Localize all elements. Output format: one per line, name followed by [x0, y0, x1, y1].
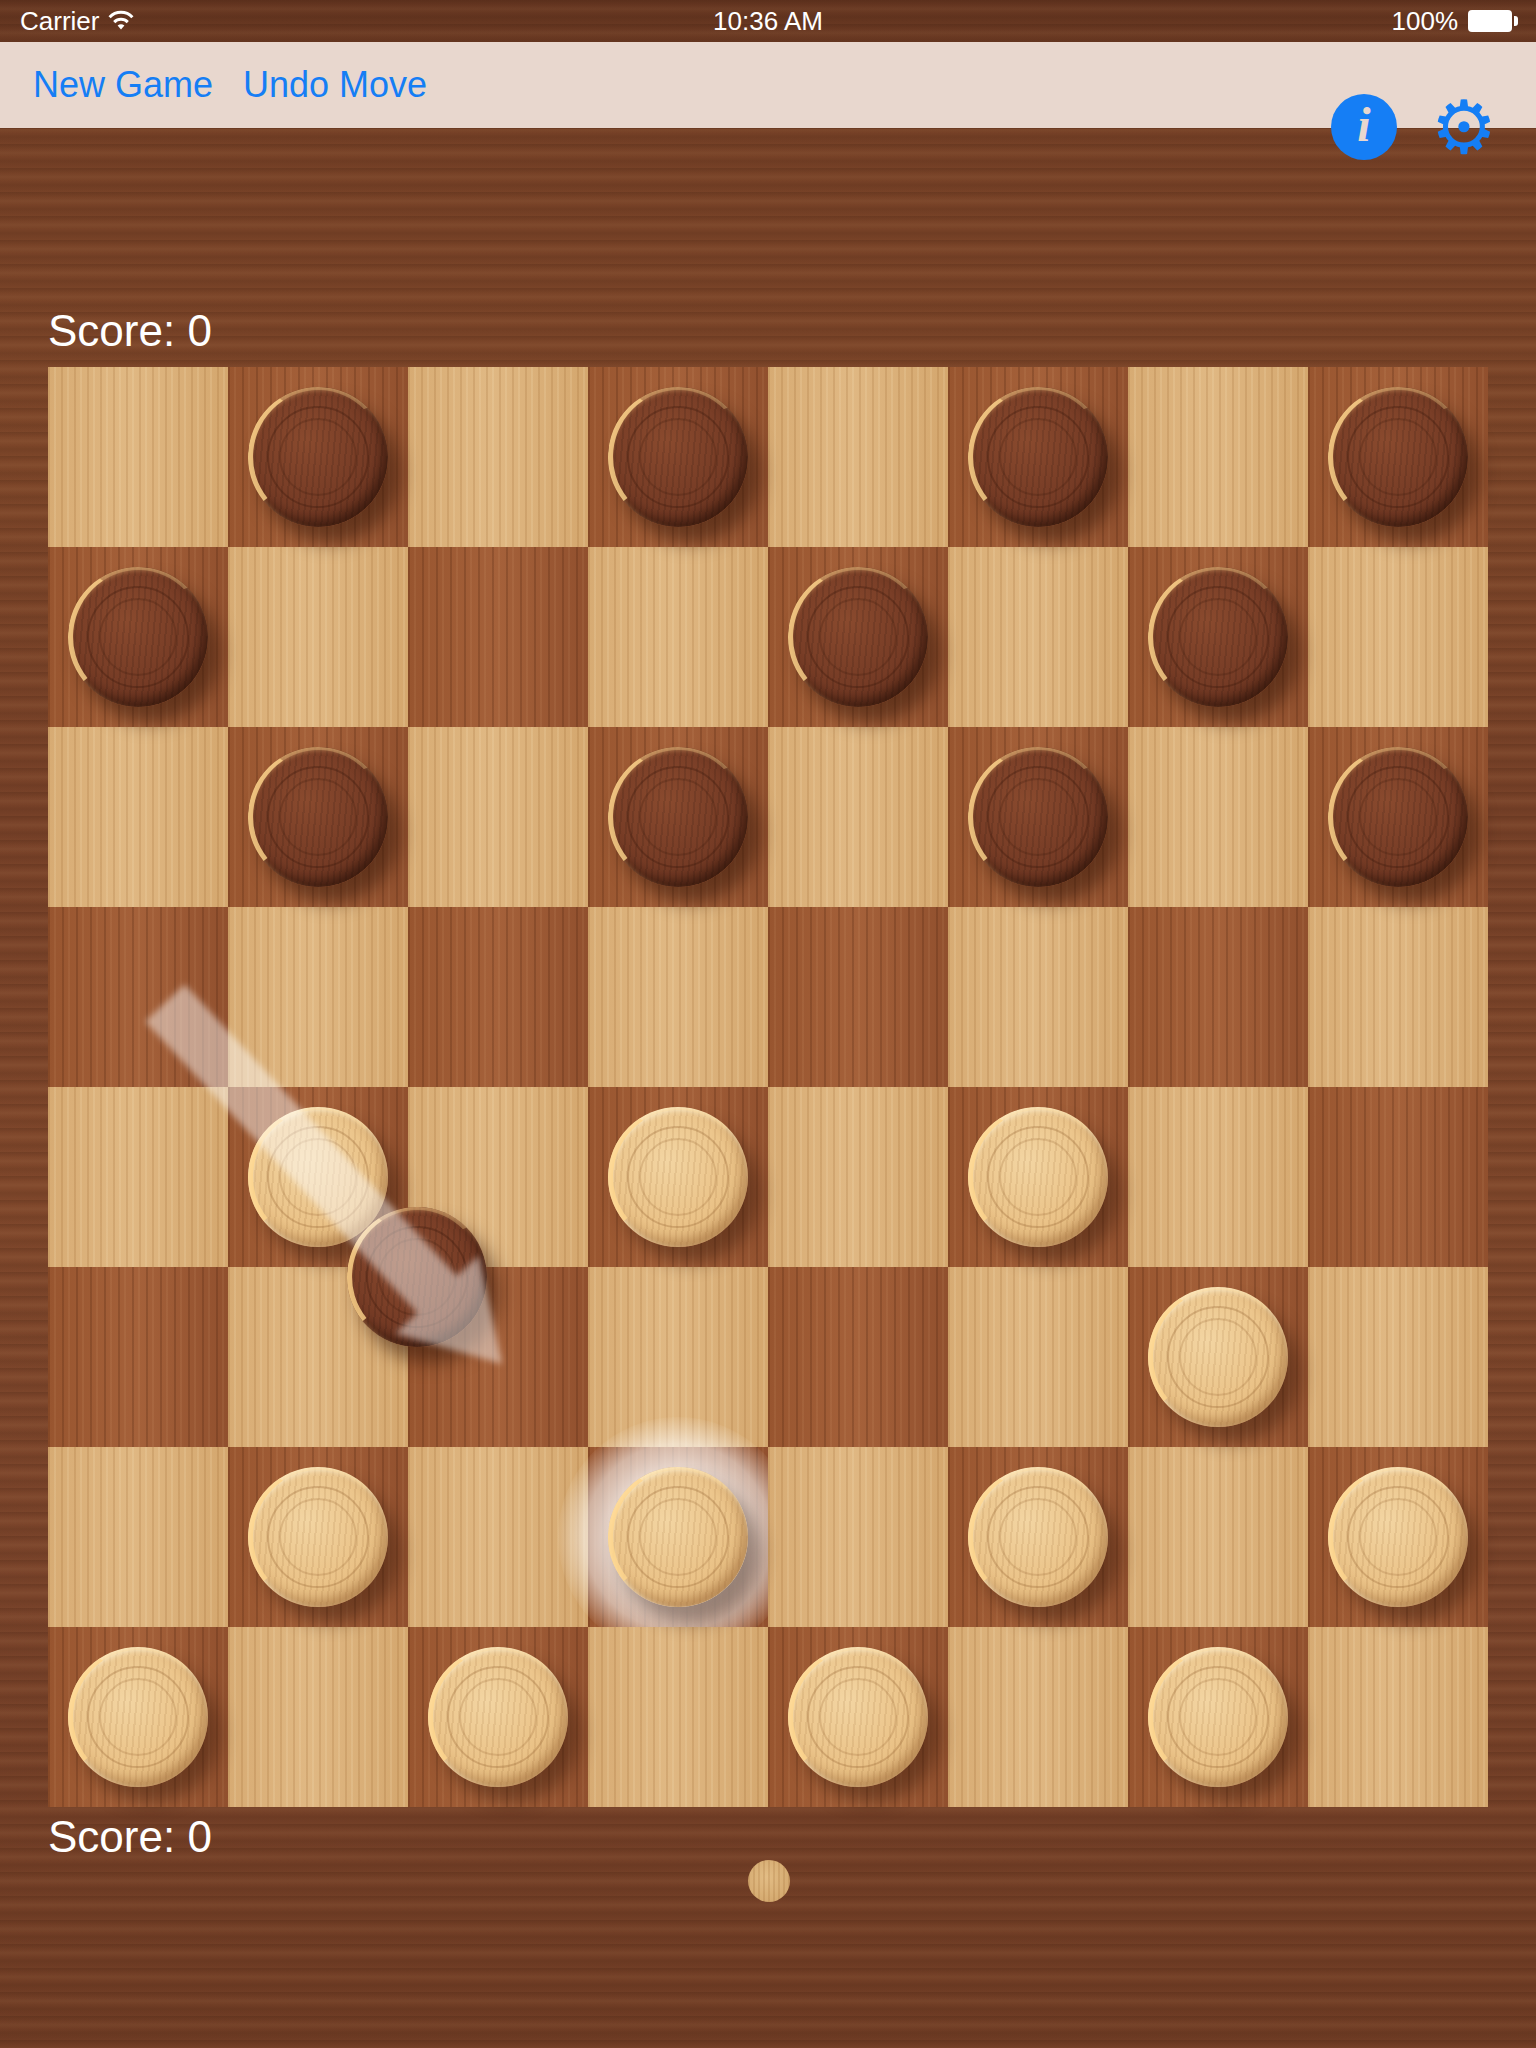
square-r5c4[interactable] — [768, 1267, 948, 1447]
battery-icon — [1468, 10, 1518, 32]
square-r6c1[interactable] — [228, 1447, 408, 1627]
square-r5c5[interactable] — [948, 1267, 1128, 1447]
square-r5c6[interactable] — [1128, 1267, 1308, 1447]
square-r6c7[interactable] — [1308, 1447, 1488, 1627]
square-r3c4[interactable] — [768, 907, 948, 1087]
light-piece[interactable] — [428, 1647, 568, 1787]
dark-piece[interactable] — [968, 747, 1108, 887]
new-game-button[interactable]: New Game — [33, 42, 213, 128]
battery-tip — [1514, 16, 1518, 26]
square-r1c6[interactable] — [1128, 547, 1308, 727]
settings-button[interactable]: ⚙ — [1428, 86, 1500, 168]
square-r6c5[interactable] — [948, 1447, 1128, 1627]
status-bar: Carrier 10:36 AM 100% — [0, 0, 1536, 42]
square-r1c0[interactable] — [48, 547, 228, 727]
score-top: Score: 0 — [48, 306, 212, 356]
board — [48, 367, 1488, 1807]
info-button[interactable]: i — [1331, 94, 1397, 160]
light-piece[interactable] — [68, 1647, 208, 1787]
battery-percent: 100% — [1392, 6, 1459, 37]
carrier-label: Carrier — [20, 6, 99, 37]
square-r3c7[interactable] — [1308, 907, 1488, 1087]
square-r4c5[interactable] — [948, 1087, 1128, 1267]
light-piece[interactable] — [608, 1107, 748, 1247]
light-piece[interactable] — [1328, 1467, 1468, 1607]
square-r2c2[interactable] — [408, 727, 588, 907]
light-piece[interactable] — [968, 1107, 1108, 1247]
square-r4c3[interactable] — [588, 1087, 768, 1267]
square-r0c7[interactable] — [1308, 367, 1488, 547]
wifi-icon — [107, 10, 135, 32]
light-piece[interactable] — [248, 1467, 388, 1607]
square-r2c0[interactable] — [48, 727, 228, 907]
square-r6c6[interactable] — [1128, 1447, 1308, 1627]
dark-piece[interactable] — [248, 387, 388, 527]
dark-piece[interactable] — [968, 387, 1108, 527]
square-r3c5[interactable] — [948, 907, 1128, 1087]
square-r2c3[interactable] — [588, 727, 768, 907]
light-piece[interactable] — [1148, 1287, 1288, 1427]
battery-body — [1468, 10, 1512, 32]
square-r2c4[interactable] — [768, 727, 948, 907]
square-r3c6[interactable] — [1128, 907, 1308, 1087]
square-r1c1[interactable] — [228, 547, 408, 727]
square-r7c5[interactable] — [948, 1627, 1128, 1807]
clock: 10:36 AM — [713, 0, 823, 42]
square-r4c4[interactable] — [768, 1087, 948, 1267]
square-r0c1[interactable] — [228, 367, 408, 547]
square-r7c4[interactable] — [768, 1627, 948, 1807]
square-r1c2[interactable] — [408, 547, 588, 727]
square-r7c2[interactable] — [408, 1627, 588, 1807]
square-r1c4[interactable] — [768, 547, 948, 727]
info-icon: i — [1357, 101, 1370, 149]
dark-piece[interactable] — [68, 567, 208, 707]
square-r4c0[interactable] — [48, 1087, 228, 1267]
square-r0c0[interactable] — [48, 367, 228, 547]
square-r6c0[interactable] — [48, 1447, 228, 1627]
square-r2c7[interactable] — [1308, 727, 1488, 907]
square-r0c6[interactable] — [1128, 367, 1308, 547]
square-r3c3[interactable] — [588, 907, 768, 1087]
square-r1c3[interactable] — [588, 547, 768, 727]
status-left: Carrier — [20, 0, 135, 42]
square-r5c7[interactable] — [1308, 1267, 1488, 1447]
dark-piece[interactable] — [788, 567, 928, 707]
square-r5c0[interactable] — [48, 1267, 228, 1447]
square-r3c2[interactable] — [408, 907, 588, 1087]
square-r0c5[interactable] — [948, 367, 1128, 547]
square-r2c5[interactable] — [948, 727, 1128, 907]
dark-piece[interactable] — [248, 747, 388, 887]
undo-move-button[interactable]: Undo Move — [243, 42, 427, 128]
light-piece[interactable] — [608, 1467, 748, 1607]
dark-piece[interactable] — [608, 747, 748, 887]
square-r1c5[interactable] — [948, 547, 1128, 727]
square-r0c4[interactable] — [768, 367, 948, 547]
square-r7c6[interactable] — [1128, 1627, 1308, 1807]
square-r4c6[interactable] — [1128, 1087, 1308, 1267]
square-r2c6[interactable] — [1128, 727, 1308, 907]
status-right: 100% — [1392, 0, 1519, 42]
square-r6c4[interactable] — [768, 1447, 948, 1627]
gear-icon: ⚙ — [1431, 90, 1497, 164]
dark-piece[interactable] — [1328, 747, 1468, 887]
square-r7c7[interactable] — [1308, 1627, 1488, 1807]
square-r0c3[interactable] — [588, 367, 768, 547]
turn-indicator-dot — [748, 1860, 790, 1902]
square-r3c0[interactable] — [48, 907, 228, 1087]
light-piece[interactable] — [788, 1647, 928, 1787]
square-r3c1[interactable] — [228, 907, 408, 1087]
moving-dark-piece[interactable] — [347, 1207, 487, 1347]
score-bottom: Score: 0 — [48, 1812, 212, 1862]
square-r0c2[interactable] — [408, 367, 588, 547]
square-r7c3[interactable] — [588, 1627, 768, 1807]
dark-piece[interactable] — [608, 387, 748, 527]
square-r4c7[interactable] — [1308, 1087, 1488, 1267]
square-r7c0[interactable] — [48, 1627, 228, 1807]
light-piece[interactable] — [968, 1467, 1108, 1607]
square-r1c7[interactable] — [1308, 547, 1488, 727]
square-r6c3[interactable] — [588, 1447, 768, 1627]
square-r2c1[interactable] — [228, 727, 408, 907]
dark-piece[interactable] — [1148, 567, 1288, 707]
light-piece[interactable] — [1148, 1647, 1288, 1787]
toolbar: New Game Undo Move i ⚙ — [0, 42, 1536, 128]
dark-piece[interactable] — [1328, 387, 1468, 527]
square-r7c1[interactable] — [228, 1627, 408, 1807]
